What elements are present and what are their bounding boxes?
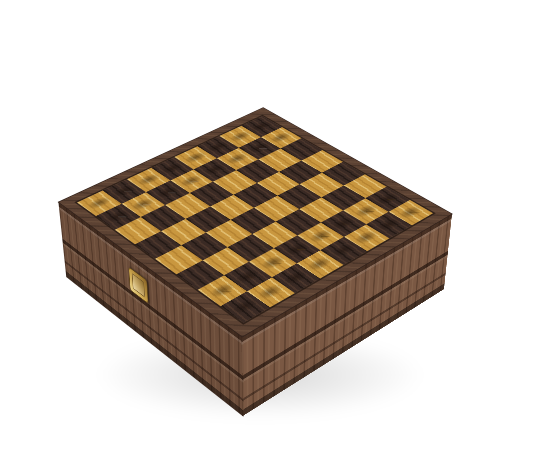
pawn-glyph: ♟	[248, 119, 271, 152]
pawn-glyph: ♟	[226, 130, 249, 163]
pawn-glyph: ♟	[203, 140, 226, 174]
pawn-glyph: ♟	[180, 151, 204, 185]
brass-clasp[interactable]	[128, 266, 148, 304]
product-photo: ♜♞♝♛♚♝♞♜♟♟♟♟♟♟♟♟♟♟♟♟♟♟♟♟♜♞♝♛♚♝♞♜	[0, 0, 550, 450]
pawn-glyph: ♟	[131, 174, 155, 209]
pawn-glyph: ♟	[270, 109, 292, 141]
pawn-glyph: ♟	[156, 162, 180, 197]
pawn-glyph: ♟	[106, 186, 130, 221]
rook-glyph: ♜	[229, 257, 262, 314]
chess-box: ♜♞♝♛♚♝♞♜♟♟♟♟♟♟♟♟♟♟♟♟♟♟♟♟♜♞♝♛♚♝♞♜	[58, 107, 453, 337]
